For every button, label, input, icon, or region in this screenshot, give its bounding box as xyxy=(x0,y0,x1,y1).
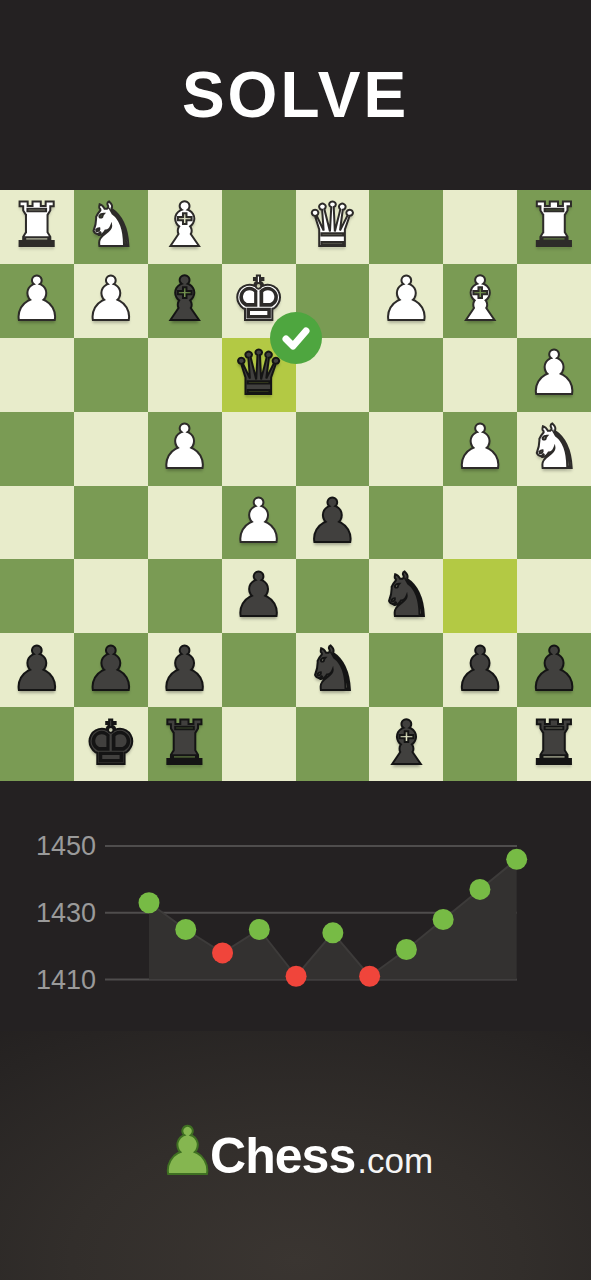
square-c7[interactable] xyxy=(369,633,443,707)
square-g2[interactable]: ♟ xyxy=(74,264,148,338)
piece-wP-h2[interactable]: ♟ xyxy=(10,268,65,329)
square-a5[interactable] xyxy=(517,486,591,560)
square-c5[interactable] xyxy=(369,486,443,560)
square-e6[interactable]: ♟ xyxy=(222,559,296,633)
square-b7[interactable]: ♟ xyxy=(443,633,517,707)
square-a2[interactable] xyxy=(517,264,591,338)
rating-point-2-win xyxy=(175,919,196,940)
piece-wP-b4[interactable]: ♟ xyxy=(453,416,508,477)
rating-point-6-win xyxy=(322,922,343,943)
piece-wP-f4[interactable]: ♟ xyxy=(157,416,212,477)
piece-wB-f1[interactable]: ♝ xyxy=(157,194,212,255)
square-b3[interactable] xyxy=(443,338,517,412)
square-f1[interactable]: ♝ xyxy=(148,190,222,264)
square-d5[interactable]: ♟ xyxy=(296,486,370,560)
piece-bP-e6[interactable]: ♟ xyxy=(231,564,286,625)
correct-move-checkmark-icon xyxy=(270,312,322,364)
square-e7[interactable] xyxy=(222,633,296,707)
square-h5[interactable] xyxy=(0,486,74,560)
square-a7[interactable]: ♟ xyxy=(517,633,591,707)
square-c6[interactable]: ♞ xyxy=(369,559,443,633)
piece-bK-g8[interactable]: ♚ xyxy=(83,712,138,773)
square-b2[interactable]: ♝ xyxy=(443,264,517,338)
square-b8[interactable] xyxy=(443,707,517,781)
square-f3[interactable] xyxy=(148,338,222,412)
green-pawn-logo-icon: ♟ xyxy=(158,1119,217,1185)
square-e8[interactable] xyxy=(222,707,296,781)
piece-wP-c2[interactable]: ♟ xyxy=(379,268,434,329)
piece-bR-f8[interactable]: ♜ xyxy=(157,712,212,773)
square-g3[interactable] xyxy=(74,338,148,412)
piece-bP-b7[interactable]: ♟ xyxy=(453,638,508,699)
piece-bP-d5[interactable]: ♟ xyxy=(305,490,360,551)
rating-point-1-win xyxy=(139,892,160,913)
square-e5[interactable]: ♟ xyxy=(222,486,296,560)
piece-wQ-d1[interactable]: ♛ xyxy=(305,194,360,255)
square-e1[interactable] xyxy=(222,190,296,264)
rating-point-7-loss xyxy=(359,966,380,987)
square-c2[interactable]: ♟ xyxy=(369,264,443,338)
piece-bP-a7[interactable]: ♟ xyxy=(527,638,582,699)
square-g4[interactable] xyxy=(74,412,148,486)
piece-wR-h1[interactable]: ♜ xyxy=(10,194,65,255)
square-d8[interactable] xyxy=(296,707,370,781)
square-f6[interactable] xyxy=(148,559,222,633)
square-e4[interactable] xyxy=(222,412,296,486)
square-h6[interactable] xyxy=(0,559,74,633)
piece-wN-a4[interactable]: ♞ xyxy=(527,416,582,477)
piece-bP-g7[interactable]: ♟ xyxy=(83,638,138,699)
ytick-label-1410: 1410 xyxy=(36,965,96,995)
rating-point-8-win xyxy=(396,939,417,960)
piece-wB-b2[interactable]: ♝ xyxy=(453,268,508,329)
rating-area-fill xyxy=(149,859,517,979)
piece-wP-e5[interactable]: ♟ xyxy=(231,490,286,551)
piece-bP-h7[interactable]: ♟ xyxy=(10,638,65,699)
square-b6[interactable] xyxy=(443,559,517,633)
square-c3[interactable] xyxy=(369,338,443,412)
header: SOLVE xyxy=(0,0,591,190)
square-h4[interactable] xyxy=(0,412,74,486)
square-g5[interactable] xyxy=(74,486,148,560)
rating-point-3-loss xyxy=(212,942,233,963)
rating-point-10-win xyxy=(469,879,490,900)
square-f2[interactable]: ♝ xyxy=(148,264,222,338)
square-g1[interactable]: ♞ xyxy=(74,190,148,264)
piece-bR-a8[interactable]: ♜ xyxy=(527,712,582,773)
piece-bN-d7[interactable]: ♞ xyxy=(305,638,360,699)
square-c8[interactable]: ♝ xyxy=(369,707,443,781)
square-f5[interactable] xyxy=(148,486,222,560)
square-d6[interactable] xyxy=(296,559,370,633)
piece-bB-c8[interactable]: ♝ xyxy=(379,712,434,773)
square-a4[interactable]: ♞ xyxy=(517,412,591,486)
ytick-label-1450: 1450 xyxy=(36,831,96,861)
square-c1[interactable] xyxy=(369,190,443,264)
rating-chart: 145014301410 xyxy=(0,790,591,1030)
square-a8[interactable]: ♜ xyxy=(517,707,591,781)
ytick-label-1430: 1430 xyxy=(36,898,96,928)
rating-point-9-win xyxy=(433,909,454,930)
page-title: SOLVE xyxy=(182,58,409,132)
square-f8[interactable]: ♜ xyxy=(148,707,222,781)
logo-text: Chess xyxy=(210,1127,355,1185)
square-g8[interactable]: ♚ xyxy=(74,707,148,781)
square-h3[interactable] xyxy=(0,338,74,412)
square-a3[interactable]: ♟ xyxy=(517,338,591,412)
piece-wR-a1[interactable]: ♜ xyxy=(527,194,582,255)
piece-bP-f7[interactable]: ♟ xyxy=(157,638,212,699)
chesscom-logo[interactable]: ♟ Chess .com xyxy=(158,1123,433,1189)
square-d1[interactable]: ♛ xyxy=(296,190,370,264)
logo-suffix: .com xyxy=(357,1141,433,1181)
square-g7[interactable]: ♟ xyxy=(74,633,148,707)
piece-wP-g2[interactable]: ♟ xyxy=(83,268,138,329)
square-d4[interactable] xyxy=(296,412,370,486)
rating-chart-svg: 145014301410 xyxy=(0,790,591,1030)
piece-bN-c6[interactable]: ♞ xyxy=(379,564,434,625)
square-b5[interactable] xyxy=(443,486,517,560)
square-h1[interactable]: ♜ xyxy=(0,190,74,264)
chess-board: ♜♞♝♛♜♟♟♝♚♟♝♛♟♟♟♞♟♟♟♞♟♟♟♞♟♟♚♜♝♜ xyxy=(0,190,591,781)
square-f4[interactable]: ♟ xyxy=(148,412,222,486)
piece-wP-a3[interactable]: ♟ xyxy=(527,342,582,403)
square-b4[interactable]: ♟ xyxy=(443,412,517,486)
piece-wN-g1[interactable]: ♞ xyxy=(83,194,138,255)
square-h8[interactable] xyxy=(0,707,74,781)
square-c4[interactable] xyxy=(369,412,443,486)
square-f7[interactable]: ♟ xyxy=(148,633,222,707)
rating-point-4-win xyxy=(249,919,270,940)
square-h2[interactable]: ♟ xyxy=(0,264,74,338)
square-a1[interactable]: ♜ xyxy=(517,190,591,264)
rating-point-5-loss xyxy=(286,966,307,987)
square-d7[interactable]: ♞ xyxy=(296,633,370,707)
square-a6[interactable] xyxy=(517,559,591,633)
footer: ♟ Chess .com xyxy=(0,1031,591,1280)
square-h7[interactable]: ♟ xyxy=(0,633,74,707)
square-g6[interactable] xyxy=(74,559,148,633)
rating-point-11-win xyxy=(506,849,527,870)
square-b1[interactable] xyxy=(443,190,517,264)
piece-bB-f2[interactable]: ♝ xyxy=(157,268,212,329)
solve-share-screen: SOLVE ♜♞♝♛♜♟♟♝♚♟♝♛♟♟♟♞♟♟♟♞♟♟♟♞♟♟♚♜♝♜ 145… xyxy=(0,0,591,1280)
